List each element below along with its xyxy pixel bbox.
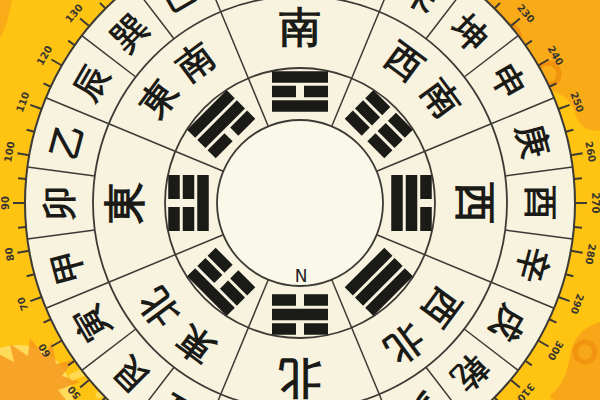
mountain-270: 酉 (521, 185, 561, 220)
degree-label-90: 90 (0, 196, 11, 210)
direction-270: 西 (451, 182, 500, 224)
mountain-90: 卯 (39, 186, 79, 221)
direction-180: 南 (279, 3, 321, 52)
degree-label-270: 270 (590, 193, 600, 214)
bagua-compass: 5060708090100110120130230240250260270280… (0, 0, 600, 400)
luopan-screenshot: 5060708090100110120130230240250260270280… (0, 0, 600, 400)
direction-90: 東 (100, 182, 149, 225)
center-circle (217, 120, 383, 286)
direction-0: 北 (278, 354, 322, 400)
north-marker: N (295, 266, 308, 286)
